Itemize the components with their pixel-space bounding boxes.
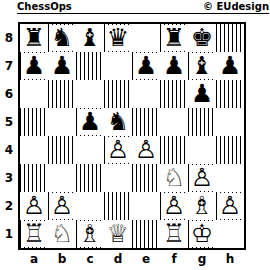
square-d7[interactable]	[104, 52, 132, 80]
file-label-g: g	[188, 252, 216, 266]
board-frame: ♜♞♝♛♜♚♟♟♟♟♝♟♟♟♞♙♙♘♙♙♙♙♗♙♖♘♗♕♖♔	[18, 22, 246, 250]
square-e4[interactable]: ♙	[132, 136, 160, 164]
square-d5[interactable]: ♞	[104, 108, 132, 136]
black-knight-d5[interactable]: ♞	[106, 109, 130, 135]
square-e7[interactable]: ♟	[132, 52, 160, 80]
white-pawn-f2[interactable]: ♙	[162, 193, 186, 219]
rank-label-7: 7	[2, 52, 16, 80]
white-rook-a1[interactable]: ♖	[22, 221, 46, 247]
square-b7[interactable]: ♟	[48, 52, 76, 80]
black-pawn-a7[interactable]: ♟	[22, 53, 46, 79]
rank-label-8: 8	[2, 24, 16, 52]
square-c5[interactable]: ♟	[76, 108, 104, 136]
square-d2[interactable]	[104, 192, 132, 220]
file-label-a: a	[20, 252, 48, 266]
white-pawn-h2[interactable]: ♙	[218, 193, 242, 219]
square-c7[interactable]	[76, 52, 104, 80]
square-a1[interactable]: ♖	[20, 220, 48, 248]
square-b1[interactable]: ♘	[48, 220, 76, 248]
rank-label-5: 5	[2, 108, 16, 136]
black-pawn-g6[interactable]: ♟	[190, 81, 214, 107]
square-e5[interactable]	[132, 108, 160, 136]
square-e1[interactable]	[132, 220, 160, 248]
square-a3[interactable]	[20, 164, 48, 192]
square-g3[interactable]: ♙	[188, 164, 216, 192]
square-d4[interactable]: ♙	[104, 136, 132, 164]
square-f8[interactable]: ♜	[160, 24, 188, 52]
file-label-h: h	[216, 252, 244, 266]
white-pawn-g3[interactable]: ♙	[190, 165, 214, 191]
rank-label-1: 1	[2, 220, 16, 248]
square-b3[interactable]	[48, 164, 76, 192]
square-d6[interactable]	[104, 80, 132, 108]
rank-label-6: 6	[2, 80, 16, 108]
square-b6[interactable]	[48, 80, 76, 108]
square-e8[interactable]	[132, 24, 160, 52]
white-rook-f1[interactable]: ♖	[162, 221, 186, 247]
square-g7[interactable]: ♝	[188, 52, 216, 80]
black-rook-a8[interactable]: ♜	[22, 25, 46, 51]
square-e2[interactable]	[132, 192, 160, 220]
square-f1[interactable]: ♖	[160, 220, 188, 248]
white-knight-f3[interactable]: ♘	[162, 165, 186, 191]
square-c1[interactable]: ♗	[76, 220, 104, 248]
square-h5[interactable]	[216, 108, 244, 136]
square-f6[interactable]	[160, 80, 188, 108]
square-h2[interactable]: ♙	[216, 192, 244, 220]
square-d1[interactable]: ♕	[104, 220, 132, 248]
square-b2[interactable]: ♙	[48, 192, 76, 220]
square-h1[interactable]	[216, 220, 244, 248]
square-e3[interactable]	[132, 164, 160, 192]
file-label-f: f	[160, 252, 188, 266]
square-d8[interactable]: ♛	[104, 24, 132, 52]
square-f3[interactable]: ♘	[160, 164, 188, 192]
black-king-g8[interactable]: ♚	[190, 25, 214, 51]
black-knight-b8[interactable]: ♞	[50, 25, 74, 51]
square-g8[interactable]: ♚	[188, 24, 216, 52]
square-g4[interactable]	[188, 136, 216, 164]
square-a2[interactable]: ♙	[20, 192, 48, 220]
square-g2[interactable]: ♗	[188, 192, 216, 220]
rank-labels: 87654321	[2, 24, 16, 248]
white-bishop-g2[interactable]: ♗	[190, 193, 214, 219]
white-king-g1[interactable]: ♔	[190, 221, 214, 247]
square-a7[interactable]: ♟	[20, 52, 48, 80]
black-pawn-b7[interactable]: ♟	[50, 53, 74, 79]
black-queen-d8[interactable]: ♛	[106, 25, 130, 51]
black-bishop-c8[interactable]: ♝	[78, 25, 102, 51]
black-rook-f8[interactable]: ♜	[162, 25, 186, 51]
rank-label-2: 2	[2, 192, 16, 220]
square-a5[interactable]	[20, 108, 48, 136]
rank-label-4: 4	[2, 136, 16, 164]
square-c6[interactable]	[76, 80, 104, 108]
white-bishop-c1[interactable]: ♗	[78, 221, 102, 247]
square-c8[interactable]: ♝	[76, 24, 104, 52]
square-f7[interactable]: ♟	[160, 52, 188, 80]
file-label-b: b	[48, 252, 76, 266]
black-pawn-f7[interactable]: ♟	[162, 53, 186, 79]
white-pawn-d4[interactable]: ♙	[106, 137, 130, 163]
square-h7[interactable]: ♟	[216, 52, 244, 80]
black-bishop-g7[interactable]: ♝	[190, 53, 214, 79]
square-h3[interactable]	[216, 164, 244, 192]
chess-board[interactable]: ♜♞♝♛♜♚♟♟♟♟♝♟♟♟♞♙♙♘♙♙♙♙♗♙♖♘♗♕♖♔	[20, 24, 244, 248]
square-g1[interactable]: ♔	[188, 220, 216, 248]
square-c3[interactable]	[76, 164, 104, 192]
credit-label: © EUdesign	[203, 1, 269, 13]
square-f4[interactable]	[160, 136, 188, 164]
white-knight-b1[interactable]: ♘	[50, 221, 74, 247]
rank-label-3: 3	[2, 164, 16, 192]
square-b8[interactable]: ♞	[48, 24, 76, 52]
square-a8[interactable]: ♜	[20, 24, 48, 52]
white-pawn-e4[interactable]: ♙	[134, 137, 158, 163]
square-g6[interactable]: ♟	[188, 80, 216, 108]
black-pawn-e7[interactable]: ♟	[134, 53, 158, 79]
square-c4[interactable]	[76, 136, 104, 164]
title-bar: ChessOps © EUdesign	[17, 0, 269, 14]
white-pawn-b2[interactable]: ♙	[50, 193, 74, 219]
square-f5[interactable]	[160, 108, 188, 136]
square-c2[interactable]	[76, 192, 104, 220]
file-label-e: e	[132, 252, 160, 266]
square-b4[interactable]	[48, 136, 76, 164]
square-g5[interactable]	[188, 108, 216, 136]
app-title: ChessOps	[17, 1, 72, 13]
black-pawn-c5[interactable]: ♟	[78, 109, 102, 135]
file-label-d: d	[104, 252, 132, 266]
file-labels: abcdefgh	[20, 252, 244, 266]
square-a6[interactable]	[20, 80, 48, 108]
square-e6[interactable]	[132, 80, 160, 108]
white-pawn-a2[interactable]: ♙	[22, 193, 46, 219]
black-pawn-h7[interactable]: ♟	[218, 53, 242, 79]
square-b5[interactable]	[48, 108, 76, 136]
white-queen-d1[interactable]: ♕	[106, 221, 130, 247]
square-f2[interactable]: ♙	[160, 192, 188, 220]
square-h6[interactable]	[216, 80, 244, 108]
square-h8[interactable]	[216, 24, 244, 52]
square-h4[interactable]	[216, 136, 244, 164]
file-label-c: c	[76, 252, 104, 266]
square-a4[interactable]	[20, 136, 48, 164]
square-d3[interactable]	[104, 164, 132, 192]
